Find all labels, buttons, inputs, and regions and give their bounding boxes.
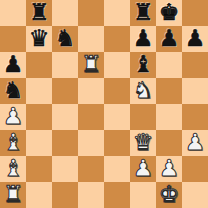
- black-queen[interactable]: ♛: [29, 25, 50, 51]
- square-e5[interactable]: [104, 78, 130, 104]
- square-f3[interactable]: ♛: [130, 130, 156, 156]
- white-pawn[interactable]: ♟: [185, 129, 206, 155]
- white-bishop[interactable]: ♝: [3, 155, 24, 181]
- square-b6[interactable]: [26, 52, 52, 78]
- square-d4[interactable]: [78, 104, 104, 130]
- square-c8[interactable]: [52, 0, 78, 26]
- square-g8[interactable]: ♚: [156, 0, 182, 26]
- black-rook[interactable]: ♜: [133, 0, 154, 25]
- square-h6[interactable]: [182, 52, 208, 78]
- square-g7[interactable]: ♟: [156, 26, 182, 52]
- black-pawn[interactable]: ♟: [3, 51, 24, 77]
- square-a7[interactable]: [0, 26, 26, 52]
- black-pawn[interactable]: ♟: [133, 25, 154, 51]
- white-pawn[interactable]: ♟: [133, 155, 154, 181]
- square-g5[interactable]: [156, 78, 182, 104]
- square-f8[interactable]: ♜: [130, 0, 156, 26]
- square-f7[interactable]: ♟: [130, 26, 156, 52]
- square-f4[interactable]: [130, 104, 156, 130]
- square-g3[interactable]: [156, 130, 182, 156]
- square-f5[interactable]: ♞: [130, 78, 156, 104]
- white-pawn[interactable]: ♟: [159, 155, 180, 181]
- square-b5[interactable]: [26, 78, 52, 104]
- square-a5[interactable]: ♞: [0, 78, 26, 104]
- black-bishop[interactable]: ♝: [133, 51, 154, 77]
- square-c5[interactable]: [52, 78, 78, 104]
- black-pawn[interactable]: ♟: [185, 25, 206, 51]
- square-h3[interactable]: ♟: [182, 130, 208, 156]
- square-a2[interactable]: ♝: [0, 156, 26, 182]
- square-f6[interactable]: ♝: [130, 52, 156, 78]
- white-rook[interactable]: ♜: [81, 51, 102, 77]
- square-b2[interactable]: [26, 156, 52, 182]
- black-pawn[interactable]: ♟: [159, 25, 180, 51]
- square-g1[interactable]: ♚: [156, 182, 182, 208]
- square-e4[interactable]: [104, 104, 130, 130]
- white-knight[interactable]: ♞: [133, 77, 154, 103]
- square-e6[interactable]: [104, 52, 130, 78]
- square-a8[interactable]: [0, 0, 26, 26]
- square-h4[interactable]: [182, 104, 208, 130]
- white-rook[interactable]: ♜: [3, 181, 24, 207]
- square-g4[interactable]: [156, 104, 182, 130]
- square-b1[interactable]: [26, 182, 52, 208]
- black-knight[interactable]: ♞: [3, 77, 24, 103]
- square-a1[interactable]: ♜: [0, 182, 26, 208]
- square-d3[interactable]: [78, 130, 104, 156]
- square-e3[interactable]: [104, 130, 130, 156]
- chess-board: ♜♜♚♛♞♟♟♟♟♜♝♞♞♟♝♛♟♝♟♟♜♚: [0, 0, 208, 208]
- square-b3[interactable]: [26, 130, 52, 156]
- square-d5[interactable]: [78, 78, 104, 104]
- square-c6[interactable]: [52, 52, 78, 78]
- square-h7[interactable]: ♟: [182, 26, 208, 52]
- square-c1[interactable]: [52, 182, 78, 208]
- square-d8[interactable]: [78, 0, 104, 26]
- square-b4[interactable]: [26, 104, 52, 130]
- black-king[interactable]: ♚: [159, 0, 180, 25]
- white-pawn[interactable]: ♟: [3, 103, 24, 129]
- square-a3[interactable]: ♝: [0, 130, 26, 156]
- square-d1[interactable]: [78, 182, 104, 208]
- square-e2[interactable]: [104, 156, 130, 182]
- square-d7[interactable]: [78, 26, 104, 52]
- black-knight[interactable]: ♞: [55, 25, 76, 51]
- square-h5[interactable]: [182, 78, 208, 104]
- square-e8[interactable]: [104, 0, 130, 26]
- square-a4[interactable]: ♟: [0, 104, 26, 130]
- square-h1[interactable]: [182, 182, 208, 208]
- square-a6[interactable]: ♟: [0, 52, 26, 78]
- square-c2[interactable]: [52, 156, 78, 182]
- square-d6[interactable]: ♜: [78, 52, 104, 78]
- square-b7[interactable]: ♛: [26, 26, 52, 52]
- white-queen[interactable]: ♛: [133, 129, 154, 155]
- black-rook[interactable]: ♜: [29, 0, 50, 25]
- square-g2[interactable]: ♟: [156, 156, 182, 182]
- square-e1[interactable]: [104, 182, 130, 208]
- square-c4[interactable]: [52, 104, 78, 130]
- white-bishop[interactable]: ♝: [3, 129, 24, 155]
- square-h8[interactable]: [182, 0, 208, 26]
- square-g6[interactable]: [156, 52, 182, 78]
- square-h2[interactable]: [182, 156, 208, 182]
- square-f2[interactable]: ♟: [130, 156, 156, 182]
- square-e7[interactable]: [104, 26, 130, 52]
- white-king[interactable]: ♚: [159, 181, 180, 207]
- square-c7[interactable]: ♞: [52, 26, 78, 52]
- square-f1[interactable]: [130, 182, 156, 208]
- square-b8[interactable]: ♜: [26, 0, 52, 26]
- square-c3[interactable]: [52, 130, 78, 156]
- square-d2[interactable]: [78, 156, 104, 182]
